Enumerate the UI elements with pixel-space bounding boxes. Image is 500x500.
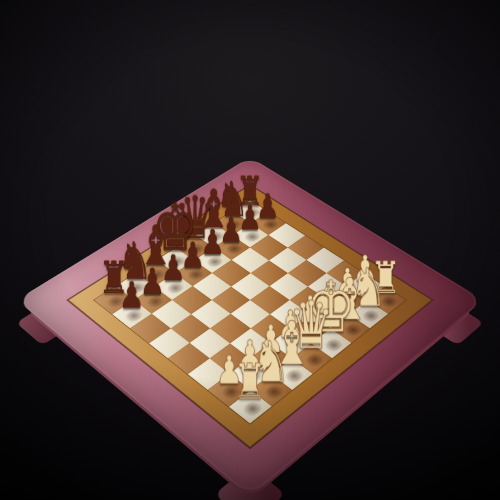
board-foot [16, 301, 77, 345]
board-grid: ♜♞♝♚♛♝♞♜♟♟♟♟♟♟♟♟♟♟♟♟♟♟♟♟♜♞♝♛♚♝♞♜ [94, 200, 405, 423]
photo-stage: ♜♞♝♚♛♝♞♜♟♟♟♟♟♟♟♟♟♟♟♟♟♟♟♟♜♞♝♛♚♝♞♜ [0, 0, 500, 500]
chessboard: ♜♞♝♚♛♝♞♜♟♟♟♟♟♟♟♟♟♟♟♟♟♟♟♟♜♞♝♛♚♝♞♜ [17, 157, 484, 497]
board-square[interactable]: ♜ [229, 390, 272, 424]
scene-3d: ♜♞♝♚♛♝♞♜♟♟♟♟♟♟♟♟♟♟♟♟♟♟♟♟♜♞♝♛♚♝♞♜ [0, 0, 500, 500]
board-inner-border: ♜♞♝♚♛♝♞♜♟♟♟♟♟♟♟♟♟♟♟♟♟♟♟♟♜♞♝♛♚♝♞♜ [68, 185, 433, 448]
chess-piece-light-rook[interactable]: ♜ [226, 325, 274, 407]
chess-piece-dark-pawn[interactable]: ♟ [110, 239, 154, 314]
board-foot [423, 301, 484, 345]
board-foot [214, 465, 285, 500]
